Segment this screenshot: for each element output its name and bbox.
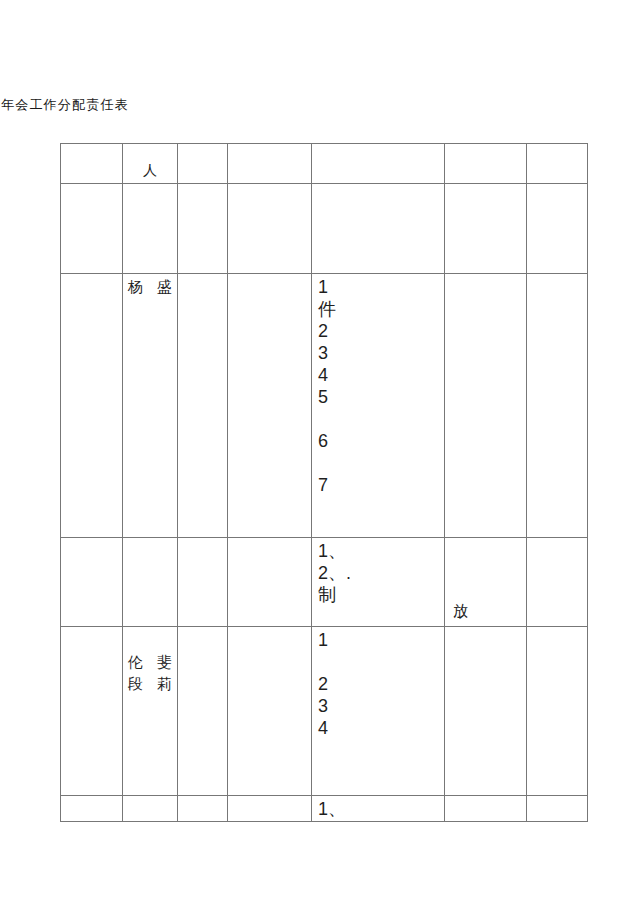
assignee-char: 伦 [128,651,143,673]
cell-r6c5-task-list: 1、 [312,796,445,821]
cell-r6c2 [123,796,178,821]
task-line: 6 [318,430,444,452]
cell-r5c4 [228,627,312,796]
cell-r2c4 [228,184,312,274]
assignee-name: 杨 盛 [128,276,172,298]
cell-r1c1 [61,144,123,184]
cell-r6c3 [178,796,228,821]
cell-r3c7 [527,274,587,538]
cell-r4c1 [61,538,123,627]
task-line: 1 [318,629,444,651]
assignee-name: 伦 斐 [128,651,172,673]
task-line: 3 [318,695,444,717]
person-header-fragment: 人 [143,162,157,180]
task-line: 4 [318,364,444,386]
task-line: 1、 [318,540,444,562]
cell-r2c1 [61,184,123,274]
page-title: 年会工作分配责任表 [1,96,129,114]
cell-r1c6 [445,144,527,184]
cell-r4c3 [178,538,228,627]
cell-r6c7 [527,796,587,821]
task-line: 4 [318,717,444,739]
cell-r1c2-person-header: 人 [123,144,178,184]
cell-r2c3 [178,184,228,274]
document-page: 年会工作分配责任表 人 杨 盛 1 件 [0,0,640,905]
task-line: 5 [318,386,444,408]
assignee-char: 段 [128,673,143,695]
fang-fragment: 放 [453,602,468,621]
assignee-char: 斐 [157,651,172,673]
cell-r6c6 [445,796,527,821]
task-line: 3 [318,342,444,364]
cell-r1c3 [178,144,228,184]
task-line: 2、. [318,562,444,584]
cell-r3c1 [61,274,123,538]
task-line [318,452,444,474]
task-line: 2 [318,673,444,695]
cell-r6c4 [228,796,312,821]
cell-r4c2 [123,538,178,627]
responsibility-table: 人 杨 盛 1 件 2 3 4 5 [60,143,588,822]
cell-r1c4 [228,144,312,184]
task-line: 1、 [318,798,444,820]
cell-r5c2-assignee-lun-fei-duan-li: 伦 斐 段 莉 [123,627,178,796]
task-line: 制 [318,584,444,606]
cell-r4c5-task-list: 1、 2、. 制 [312,538,445,627]
cell-r2c7 [527,184,587,274]
assignee-char: 盛 [157,276,172,298]
blank-line [128,629,172,651]
assignee-char: 杨 [128,276,143,298]
task-line [318,651,444,673]
task-line: 7 [318,474,444,496]
cell-r6c1 [61,796,123,821]
assignee-name: 段 莉 [128,673,172,695]
task-line [318,408,444,430]
cell-r3c5-task-list: 1 件 2 3 4 5 6 7 [312,274,445,538]
cell-r3c2-assignee-yang-sheng: 杨 盛 [123,274,178,538]
cell-r3c4 [228,274,312,538]
cell-r5c6 [445,627,527,796]
cell-r1c5 [312,144,445,184]
task-line: 2 [318,320,444,342]
cell-r1c7 [527,144,587,184]
cell-r3c6 [445,274,527,538]
cell-r2c2 [123,184,178,274]
cell-r5c7 [527,627,587,796]
cell-r5c5-task-list: 1 2 3 4 [312,627,445,796]
cell-r2c6 [445,184,527,274]
cell-r5c3 [178,627,228,796]
cell-r5c1 [61,627,123,796]
cell-r4c4 [228,538,312,627]
cell-r4c7 [527,538,587,627]
cell-r4c6-fragment: 放 [445,538,527,627]
cell-r3c3 [178,274,228,538]
cell-r2c5 [312,184,445,274]
task-line: 1 [318,276,444,298]
task-line: 件 [318,298,444,320]
assignee-char: 莉 [157,673,172,695]
